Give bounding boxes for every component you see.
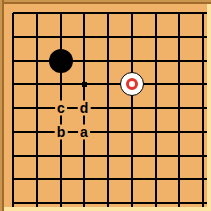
grid-line-horizontal-9 bbox=[13, 202, 207, 204]
grid-line-horizontal-8 bbox=[13, 178, 207, 180]
cut-edge-bottom bbox=[0, 207, 211, 211]
black-stone bbox=[49, 49, 73, 73]
point-label-c: c bbox=[55, 101, 67, 116]
white-circle-marked-stone bbox=[120, 72, 144, 96]
board-edge-top-inner bbox=[0, 2, 211, 4]
point-label-d: d bbox=[78, 101, 91, 116]
star-point-marker bbox=[82, 82, 87, 87]
circle-mark-icon bbox=[126, 78, 138, 90]
go-board-diagram: cdba bbox=[0, 0, 211, 211]
cut-edge-right bbox=[207, 0, 211, 211]
board-edge-left-inner bbox=[2, 0, 4, 211]
point-label-b: b bbox=[55, 125, 68, 140]
grid-line-vertical-9 bbox=[202, 13, 204, 207]
point-label-a: a bbox=[78, 125, 90, 140]
